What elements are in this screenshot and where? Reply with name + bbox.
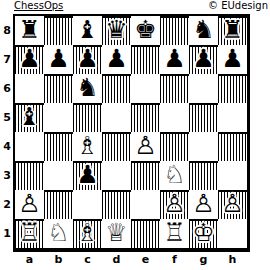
- chess-board: ♜♝♛♚♞♜♟♟♟♟♟♟♟♞♝♗♙♟♘♙♙♙♙♖♘♗♕♖♔: [13, 14, 250, 252]
- rank-label-4: 4: [0, 132, 12, 161]
- rank-label-8: 8: [0, 16, 12, 45]
- square-e4: ♙: [131, 132, 160, 161]
- square-g1: ♔: [189, 219, 218, 248]
- square-g5: [189, 103, 218, 132]
- square-d4: [102, 132, 131, 161]
- square-g6: [189, 74, 218, 103]
- rank-label-2: 2: [0, 190, 12, 219]
- black-pawn-c3: ♟: [73, 161, 102, 190]
- square-b7: ♟: [44, 45, 73, 74]
- square-e8: ♚: [131, 16, 160, 45]
- square-e7: [131, 45, 160, 74]
- rank-label-1: 1: [0, 219, 12, 248]
- black-king-e8: ♚: [131, 16, 160, 45]
- square-d6: [102, 74, 131, 103]
- square-b6: [44, 74, 73, 103]
- square-h2: ♙: [218, 190, 247, 219]
- square-a6: [15, 74, 44, 103]
- file-label-b: b: [44, 253, 73, 267]
- square-f3: ♘: [160, 161, 189, 190]
- white-bishop-c1: ♗: [73, 219, 102, 248]
- square-d3: [102, 161, 131, 190]
- square-e1: [131, 219, 160, 248]
- square-b5: [44, 103, 73, 132]
- black-rook-h8: ♜: [218, 16, 247, 45]
- square-d8: ♛: [102, 16, 131, 45]
- square-d7: ♟: [102, 45, 131, 74]
- square-g7: ♟: [189, 45, 218, 74]
- square-c7: ♟: [73, 45, 102, 74]
- square-g8: ♞: [189, 16, 218, 45]
- chess-diagram: ChessOps © EUdesign 87654321 ♜♝♛♚♞♜♟♟♟♟♟…: [0, 0, 270, 270]
- rank-label-6: 6: [0, 74, 12, 103]
- square-c2: [73, 190, 102, 219]
- app-title-link[interactable]: ChessOps: [14, 0, 63, 12]
- square-d1: ♕: [102, 219, 131, 248]
- white-pawn-h2: ♙: [218, 190, 247, 219]
- black-queen-d8: ♛: [102, 16, 131, 45]
- white-pawn-f2: ♙: [160, 190, 189, 219]
- copyright-credit: © EUdesign: [208, 0, 268, 12]
- file-label-c: c: [73, 253, 102, 267]
- file-label-g: g: [189, 253, 218, 267]
- square-a8: ♜: [15, 16, 44, 45]
- square-f1: ♖: [160, 219, 189, 248]
- square-d2: [102, 190, 131, 219]
- square-h6: [218, 74, 247, 103]
- square-f6: [160, 74, 189, 103]
- white-knight-f3: ♘: [160, 161, 189, 190]
- square-e3: [131, 161, 160, 190]
- square-f4: [160, 132, 189, 161]
- square-a7: ♟: [15, 45, 44, 74]
- file-label-a: a: [15, 253, 44, 267]
- rank-label-3: 3: [0, 161, 12, 190]
- square-f5: [160, 103, 189, 132]
- black-rook-a8: ♜: [15, 16, 44, 45]
- black-pawn-c7: ♟: [73, 45, 102, 74]
- white-pawn-a2: ♙: [15, 190, 44, 219]
- square-a1: ♖: [15, 219, 44, 248]
- square-c1: ♗: [73, 219, 102, 248]
- square-b2: [44, 190, 73, 219]
- file-label-d: d: [102, 253, 131, 267]
- square-g2: ♙: [189, 190, 218, 219]
- square-c3: ♟: [73, 161, 102, 190]
- black-pawn-b7: ♟: [44, 45, 73, 74]
- black-pawn-a7: ♟: [15, 45, 44, 74]
- square-g4: [189, 132, 218, 161]
- rank-labels: 87654321: [0, 16, 12, 248]
- white-queen-d1: ♕: [102, 219, 131, 248]
- square-e2: [131, 190, 160, 219]
- square-e5: [131, 103, 160, 132]
- square-f8: [160, 16, 189, 45]
- black-pawn-h7: ♟: [218, 45, 247, 74]
- black-bishop-c8: ♝: [73, 16, 102, 45]
- white-knight-b1: ♘: [44, 219, 73, 248]
- file-label-h: h: [218, 253, 247, 267]
- square-f2: ♙: [160, 190, 189, 219]
- square-b3: [44, 161, 73, 190]
- square-h8: ♜: [218, 16, 247, 45]
- white-rook-a1: ♖: [15, 219, 44, 248]
- black-pawn-g7: ♟: [189, 45, 218, 74]
- black-knight-c6: ♞: [73, 74, 102, 103]
- white-pawn-g2: ♙: [189, 190, 218, 219]
- rank-label-7: 7: [0, 45, 12, 74]
- square-c5: [73, 103, 102, 132]
- square-h1: [218, 219, 247, 248]
- square-h4: [218, 132, 247, 161]
- header: ChessOps © EUdesign: [0, 0, 270, 13]
- black-bishop-a5: ♝: [15, 103, 44, 132]
- file-label-e: e: [131, 253, 160, 267]
- square-c8: ♝: [73, 16, 102, 45]
- square-c4: ♗: [73, 132, 102, 161]
- white-bishop-c4: ♗: [73, 132, 102, 161]
- black-knight-g8: ♞: [189, 16, 218, 45]
- square-h5: [218, 103, 247, 132]
- square-a3: [15, 161, 44, 190]
- white-rook-f1: ♖: [160, 219, 189, 248]
- black-pawn-d7: ♟: [102, 45, 131, 74]
- square-e6: [131, 74, 160, 103]
- square-h7: ♟: [218, 45, 247, 74]
- square-f7: ♟: [160, 45, 189, 74]
- square-g3: [189, 161, 218, 190]
- white-king-g1: ♔: [189, 219, 218, 248]
- square-d5: [102, 103, 131, 132]
- square-a4: [15, 132, 44, 161]
- square-h3: [218, 161, 247, 190]
- white-pawn-e4: ♙: [131, 132, 160, 161]
- square-a5: ♝: [15, 103, 44, 132]
- square-a2: ♙: [15, 190, 44, 219]
- rank-label-5: 5: [0, 103, 12, 132]
- file-labels: abcdefgh: [15, 253, 247, 267]
- black-pawn-f7: ♟: [160, 45, 189, 74]
- square-b4: [44, 132, 73, 161]
- square-b1: ♘: [44, 219, 73, 248]
- square-c6: ♞: [73, 74, 102, 103]
- square-b8: [44, 16, 73, 45]
- file-label-f: f: [160, 253, 189, 267]
